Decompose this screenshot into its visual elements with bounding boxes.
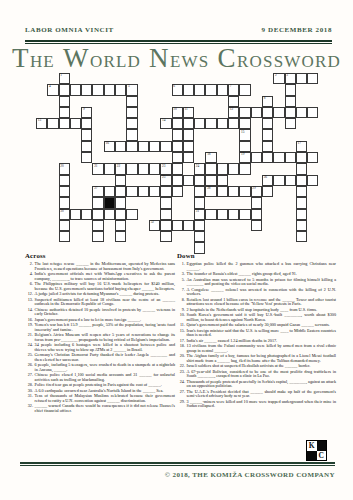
grid-cell (81, 141, 92, 152)
clue-number: 2. (25, 262, 35, 271)
cell-number: 2 (275, 74, 277, 78)
cell-number: 27 (94, 187, 97, 191)
grid-cell (115, 220, 126, 231)
grid-cell (92, 220, 103, 231)
clue-text: The Afghan family of a boy, famous for b… (187, 354, 336, 363)
grid-cell: 3 (285, 73, 296, 84)
grid-cell (138, 163, 149, 174)
grid-cell (81, 84, 92, 95)
clue-number: 19. (25, 323, 35, 332)
grid-cell (217, 118, 228, 129)
grid-cell (285, 118, 296, 129)
grid-cell (262, 129, 273, 140)
grid-cell (194, 220, 205, 231)
grid-cell (149, 163, 160, 174)
grid-cell (183, 118, 194, 129)
down-clues-column: Down 1.Egyptian police killed the 2 gunm… (177, 252, 336, 410)
grid-cell: 15 (239, 129, 250, 140)
clue-item: 25.Germany's Christian Democrat Party th… (25, 353, 175, 362)
grid-cell (183, 175, 194, 186)
clue-number: 13. (25, 298, 35, 307)
grid-cell (262, 118, 273, 129)
clue-item: 20.The Afghan family of a boy, famous fo… (177, 354, 336, 363)
cell-number: 7 (230, 85, 232, 89)
cell-number: 19 (241, 153, 244, 157)
grid-cell: 6 (172, 84, 183, 95)
grid-cell: 22 (115, 163, 126, 174)
clue-text: Yemen's war has left 15.9 ______ people,… (35, 323, 175, 332)
cell-number: 1 (60, 74, 62, 78)
grid-cell (273, 175, 284, 186)
clue-item: 12.A judge jailed 3 activists for defami… (25, 292, 175, 296)
clue-text: ______ warned Canada there would be cons… (35, 404, 175, 413)
grid-cell (115, 186, 126, 197)
title-word: WORLD (63, 45, 141, 75)
grid-cell (262, 107, 273, 118)
page-title: THEWORLDNEWSCROSSWORD (0, 45, 353, 75)
grid-cell (205, 209, 216, 220)
clue-text: Belgium's Africa Museum will reopen afte… (35, 333, 175, 342)
grid-cell (138, 186, 149, 197)
cell-number: 20 (60, 165, 63, 169)
clue-number: 1. (177, 262, 187, 271)
grid-cell: 7 (228, 84, 239, 95)
grid-cell (228, 209, 239, 220)
grid-cell: 20 (59, 163, 70, 174)
cell-number: 32 (151, 221, 154, 225)
crossword-grid: 1234567891011121314151617181920212223242… (36, 73, 318, 254)
grid-cell: 21 (92, 163, 103, 174)
grid-cell (104, 209, 115, 220)
grid-cell (183, 220, 194, 231)
grid-cell (126, 186, 137, 197)
grid-cell (217, 84, 228, 95)
grid-cell (194, 175, 205, 186)
grid-cell (296, 186, 307, 197)
clue-item: 24.Thousands of people protested peacefu… (177, 380, 336, 389)
grid-cell: 19 (239, 152, 250, 163)
grid-cell (115, 197, 126, 208)
clue-text: A Congolese ______ colonel was arrested … (187, 288, 336, 297)
grid-cell: 28 (205, 186, 216, 197)
grid-cell (285, 107, 296, 118)
cell-number: 31 (196, 210, 199, 214)
cell-number: 11 (185, 108, 188, 112)
clue-text: An Australian man was sentenced to 5 mon… (187, 278, 336, 287)
clue-item: 29.3 ______-miners were killed and 10 mo… (177, 400, 336, 409)
clue-number: 27. (25, 373, 35, 382)
grid-cell (115, 231, 126, 242)
cell-number: 5 (128, 85, 130, 89)
grid-cell (194, 186, 205, 197)
grid-cell: 25 (160, 175, 171, 186)
clue-number: 18. (177, 344, 187, 353)
cell-number: 30 (60, 210, 63, 214)
clue-item: 3.The founder of Russia's oldest ______ … (177, 272, 336, 276)
clue-text: The last refugee rescue ______ in the Me… (35, 262, 175, 271)
grid-cell (59, 107, 70, 118)
grid-cell: 31 (194, 209, 205, 220)
newspaper-page: LABOR OMNIA VINCIT 9 DECEMBER 2018 THEWO… (0, 0, 353, 500)
title-word: NEWS (149, 45, 209, 75)
grid-cell (59, 175, 70, 186)
grid-cell: 9 (81, 107, 92, 118)
cell-number: 23 (162, 165, 165, 169)
grid-cell (228, 96, 239, 107)
grid-cell (172, 152, 183, 163)
grid-cell (172, 118, 183, 129)
clue-text: The founder of Russia's oldest ______ ri… (187, 272, 336, 276)
clue-item: 27.The U.A.E.'s President decided that _… (177, 390, 336, 399)
grid-cell (59, 220, 70, 231)
grid-cell (70, 209, 81, 220)
clue-item: 23.A 67-year-old Bolivian, considered to… (177, 370, 336, 379)
clue-number: 8. (177, 298, 187, 307)
grid-cell (138, 141, 149, 152)
grid-cell: 4 (47, 84, 58, 95)
clue-item: 19.Yemen's war has left 15.9 ______ peop… (25, 323, 175, 332)
grid-cell (239, 186, 250, 197)
clue-number: 12. (25, 292, 35, 296)
grid-cell (217, 163, 228, 174)
title-word: CROSSWORD (218, 45, 342, 75)
clue-text: South Korea's government said it will bu… (187, 313, 336, 322)
clue-text: 3 ______-miners were killed and 10 more … (187, 400, 336, 409)
grid-cell: 32 (149, 220, 160, 231)
grid-cell (104, 163, 115, 174)
grid-cell: 2 (273, 73, 284, 84)
grid-cell: 1 (59, 73, 70, 84)
clue-item: 26.6 people, including 5 teenagers, were… (25, 363, 175, 372)
grid-cell (126, 209, 137, 220)
grid-cell: 23 (160, 163, 171, 174)
clue-item: 10.South Korea's government said it will… (177, 313, 336, 322)
clue-text: Iran's foreign minister said that the U.… (187, 329, 336, 338)
grid-cell (126, 118, 137, 129)
clue-number: 20. (177, 354, 187, 363)
cell-number: 6 (173, 85, 175, 89)
clue-text: 6 people, including 5 teenagers, were cr… (35, 363, 175, 372)
cell-number: 18 (207, 153, 210, 157)
clue-number: 27. (177, 390, 187, 399)
grid-cell (239, 163, 250, 174)
down-heading: Down (177, 252, 336, 259)
grid-cell (296, 73, 307, 84)
grid-cell (59, 197, 70, 208)
grid-cell: 13 (36, 118, 47, 129)
grid-cell (205, 163, 216, 174)
clue-number: 10. (177, 313, 187, 322)
grid-cell (228, 118, 239, 129)
logo-letter-c: C (317, 451, 327, 461)
grid-cell (59, 96, 70, 107)
grid-cell (81, 118, 92, 129)
grid-cell (217, 209, 228, 220)
clue-text: The Philippines military will buy 16 U.S… (35, 282, 175, 291)
grid-cell (307, 73, 318, 84)
grid-cell (307, 107, 318, 118)
cell-number: 3 (286, 74, 288, 78)
grid-cell (217, 175, 228, 186)
grid-cell (59, 84, 70, 95)
clue-number: 6. (25, 282, 35, 291)
cell-number: 15 (241, 131, 244, 135)
across-clue-list: 2.The last refugee rescue ______ in the … (25, 262, 175, 413)
grid-cell (194, 84, 205, 95)
grid-cell (307, 152, 318, 163)
grid-cell: 29 (251, 186, 262, 197)
grid-cell (273, 107, 284, 118)
grid-cell (239, 118, 250, 129)
clue-item: 14.Chinese authorities detained 10 peopl… (25, 308, 175, 317)
black-cell (104, 197, 115, 208)
grid-cell: 14 (160, 118, 171, 129)
grid-cell (160, 209, 171, 220)
grid-cell (160, 220, 171, 231)
grid-cell (183, 129, 194, 140)
clue-text: Tens of thousands of Malaysian Muslims c… (35, 394, 175, 403)
grid-cell (239, 107, 250, 118)
grid-cell (59, 118, 70, 129)
grid-cell: 16 (104, 141, 115, 152)
clue-number: 14. (25, 308, 35, 317)
grid-cell (115, 84, 126, 95)
clue-item: 31.Tens of thousands of Malaysian Muslim… (25, 394, 175, 403)
clue-number: 32. (25, 404, 35, 413)
clue-text: A judge jailed 3 activists for defaming … (35, 292, 175, 296)
grid-cell (59, 231, 70, 242)
across-heading: Across (25, 252, 175, 259)
grid-cell (285, 96, 296, 107)
grid-cell: 12 (228, 107, 239, 118)
clue-number: 24. (177, 380, 187, 389)
clue-text: 13 civilians from the Fulani community w… (187, 344, 336, 353)
clue-item: 6.The Philippines military will buy 16 U… (25, 282, 175, 291)
cell-number: 16 (105, 142, 108, 146)
motto: LABOR OMNIA VINCIT (25, 26, 114, 34)
clue-item: 27.Chinese police closed 1,100 social me… (25, 373, 175, 382)
grid-cell (104, 84, 115, 95)
grid-cell (285, 175, 296, 186)
clue-text: Suspected militiamen killed at least 18 … (35, 298, 175, 307)
grid-cell (160, 186, 171, 197)
clue-text: India's government officials met with Wh… (35, 272, 175, 281)
grid-cell (239, 84, 250, 95)
grid-cell (194, 231, 205, 242)
clue-text: Chinese police closed 1,100 social media… (35, 373, 175, 382)
clue-text: The U.A.E.'s President decided that ____… (187, 390, 336, 399)
cell-number: 24 (196, 165, 199, 169)
grid-cell (296, 163, 307, 174)
grid-cell (126, 141, 137, 152)
grid-cell (92, 231, 103, 242)
grid-cell (70, 84, 81, 95)
grid-cell (172, 141, 183, 152)
grid-cell (172, 175, 183, 186)
grid-cell (70, 118, 81, 129)
clue-text: Chinese authorities detained 10 people i… (35, 308, 175, 317)
grid-cell (262, 141, 273, 152)
clue-item: 24.34 people including 6 hostages were k… (25, 343, 175, 352)
cell-number: 29 (252, 187, 255, 191)
clue-item: 8.Retailers lost around 1 billion euros … (177, 298, 336, 307)
clue-item: 4.India's government officials met with … (25, 272, 175, 281)
grid-cell: 10 (172, 107, 183, 118)
grid-cell (285, 84, 296, 95)
clue-text: Egyptian police killed the 2 gunmen who … (187, 262, 336, 271)
cell-number: 9 (83, 108, 85, 112)
grid-cell (172, 220, 183, 231)
grid-cell (262, 152, 273, 163)
down-clue-list: 1.Egyptian police killed the 2 gunmen wh… (177, 262, 336, 409)
grid-cell: 24 (194, 163, 205, 174)
clue-item: 32.______ warned Canada there would be c… (25, 404, 175, 413)
grid-cell (81, 129, 92, 140)
grid-cell (194, 118, 205, 129)
grid-cell (47, 118, 58, 129)
grid-cell (228, 186, 239, 197)
grid-cell (183, 152, 194, 163)
grid-cell (126, 107, 137, 118)
clue-text: 34 people including 6 hostages were kill… (35, 343, 175, 352)
copyright: © 2018, THE KOMIŽA CROSSWORD COMPANY (165, 471, 335, 479)
clue-number: 7. (177, 288, 187, 297)
clue-number: 21. (25, 333, 35, 342)
clue-number: 24. (25, 343, 35, 352)
clue-number: 3. (177, 272, 187, 276)
grid-cell (251, 209, 262, 220)
clue-text: Retailers lost around 1 billion euros in… (187, 298, 336, 307)
grid-cell (217, 186, 228, 197)
grid-cell (81, 209, 92, 220)
grid-cell (172, 129, 183, 140)
cell-number: 14 (162, 119, 165, 123)
grid-cell (104, 186, 115, 197)
clue-text: Germany's Christian Democrat Party thank… (35, 353, 175, 362)
grid-cell (172, 186, 183, 197)
clue-number: 5. (177, 278, 187, 287)
grid-cell (126, 96, 137, 107)
grid-cell (296, 231, 307, 242)
clue-text: A 67-year-old Bolivian, considered to be… (187, 370, 336, 379)
clue-item: 5.An Australian man was sentenced to 5 m… (177, 278, 336, 287)
footer-rule (20, 462, 335, 466)
clue-item: 15.Iran's foreign minister said that the… (177, 329, 336, 338)
clue-number: 31. (25, 394, 35, 403)
grid-cell (149, 186, 160, 197)
grid-cell (296, 107, 307, 118)
cell-number: 22 (117, 165, 120, 169)
grid-cell (239, 209, 250, 220)
grid-cell (239, 141, 250, 152)
grid-cell (296, 209, 307, 220)
clue-item: 1.Egyptian police killed the 2 gunmen wh… (177, 262, 336, 271)
grid-cell: 11 (183, 107, 194, 118)
clue-item: 2.The last refugee rescue ______ in the … (25, 262, 175, 271)
grid-cell (92, 197, 103, 208)
grid-cell (149, 141, 160, 152)
grid-cell (273, 152, 284, 163)
issue-date: 9 DECEMBER 2018 (262, 26, 332, 34)
grid-cell (262, 186, 273, 197)
grid-cell (160, 197, 171, 208)
grid-cell (285, 152, 296, 163)
grid-cell (92, 209, 103, 220)
clue-number: 26. (25, 363, 35, 372)
clue-item: 18.13 civilians from the Fulani communit… (177, 344, 336, 353)
cell-number: 4 (49, 85, 51, 89)
grid-cell (115, 175, 126, 186)
grid-cell (81, 152, 92, 163)
cell-number: 8 (264, 97, 266, 101)
masthead: LABOR OMNIA VINCIT 9 DECEMBER 2018 (25, 26, 332, 34)
grid-cell (296, 175, 307, 186)
grid-cell (296, 197, 307, 208)
grid-cell: 5 (126, 84, 137, 95)
grid-cell (92, 84, 103, 95)
grid-cell (205, 118, 216, 129)
grid-cell (172, 163, 183, 174)
grid-cell (160, 141, 171, 152)
grid-cell: 17 (296, 141, 307, 152)
cell-number: 10 (173, 108, 176, 112)
clue-text: Thousands of people protested peacefully… (187, 380, 336, 389)
grid-cell (126, 129, 137, 140)
clue-number: 29. (177, 400, 187, 409)
grid-cell (251, 152, 262, 163)
grid-cell (183, 141, 194, 152)
cell-number: 12 (230, 108, 233, 112)
across-clues-column: Across 2.The last refugee rescue ______ … (25, 252, 175, 414)
grid-cell (307, 175, 318, 186)
clue-number: 25. (25, 353, 35, 362)
cell-number: 17 (298, 142, 301, 146)
cell-number: 13 (38, 119, 41, 123)
grid-cell (160, 231, 171, 242)
title-word: THE (12, 45, 55, 75)
grid-cell (205, 84, 216, 95)
publisher-logo: K C (306, 440, 327, 461)
logo-black-square (307, 451, 317, 461)
logo-letter-k: K (307, 441, 317, 451)
grid-cell (228, 163, 239, 174)
grid-cell: 26 (262, 175, 273, 186)
grid-cell (115, 209, 126, 220)
grid-cell: 8 (262, 96, 273, 107)
cell-number: 21 (94, 165, 97, 169)
clue-item: 21.Belgium's Africa Museum will reopen a… (25, 333, 175, 342)
grid-cell: 30 (59, 209, 70, 220)
clue-number: 23. (177, 370, 187, 379)
logo-black-square (317, 441, 327, 451)
grid-cell: 27 (92, 186, 103, 197)
grid-cell (126, 163, 137, 174)
clue-number: 4. (25, 272, 35, 281)
grid-cell (183, 84, 194, 95)
grid-cell (251, 107, 262, 118)
cell-number: 25 (162, 176, 165, 180)
grid-cell (296, 152, 307, 163)
grid-cell (251, 197, 262, 208)
grid-cell (59, 186, 70, 197)
grid-cell (251, 220, 262, 231)
cell-number: 28 (207, 187, 210, 191)
grid-cell (194, 197, 205, 208)
grid-cell (296, 220, 307, 231)
clue-item: 13.Suspected militiamen killed at least … (25, 298, 175, 307)
grid-cell (115, 141, 126, 152)
clue-number: 15. (177, 329, 187, 338)
